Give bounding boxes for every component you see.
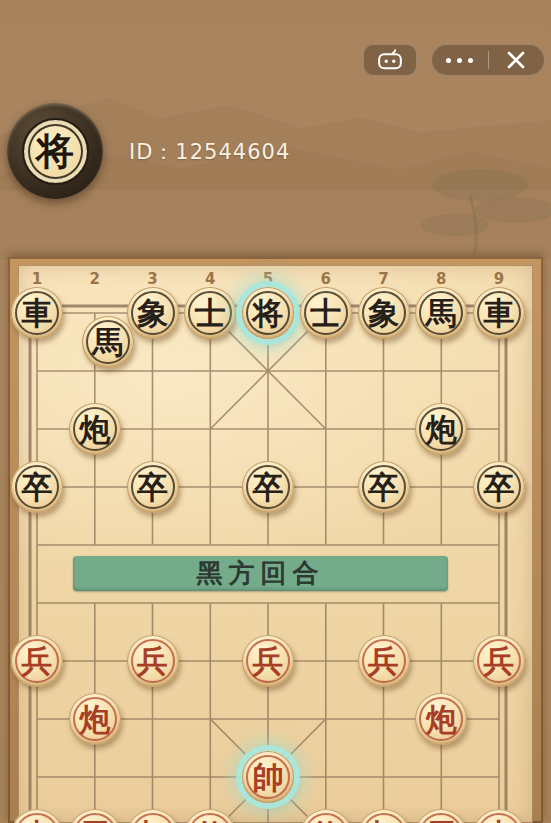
- piece-glyph: 車: [22, 298, 53, 329]
- ellipsis-icon: [446, 58, 473, 63]
- board-surface[interactable]: 黑方回合 123456789車馬象士将士象馬車炮炮卒卒卒卒卒兵兵兵兵兵炮炮帥車馬…: [18, 265, 533, 823]
- piece-red-cannon[interactable]: 炮: [415, 693, 467, 745]
- piece-black-chariot[interactable]: 車: [11, 287, 63, 339]
- piece-black-cannon[interactable]: 炮: [69, 403, 121, 455]
- piece-black-elephant[interactable]: 象: [358, 287, 410, 339]
- piece-glyph: 車: [22, 820, 53, 823]
- xiangqi-board[interactable]: 黑方回合 123456789車馬象士将士象馬車炮炮卒卒卒卒卒兵兵兵兵兵炮炮帥車馬…: [8, 257, 543, 823]
- window-capsule: [431, 44, 545, 76]
- piece-black-soldier[interactable]: 卒: [358, 461, 410, 513]
- piece-glyph: 炮: [79, 704, 110, 735]
- piece-black-soldier[interactable]: 卒: [127, 461, 179, 513]
- piece-black-elephant[interactable]: 象: [127, 287, 179, 339]
- piece-glyph: 兵: [137, 646, 168, 677]
- file-label-6: 6: [316, 270, 336, 288]
- piece-red-soldier[interactable]: 兵: [127, 635, 179, 687]
- avatar-piece-face: 将: [22, 118, 89, 185]
- player-id: ID：12544604: [129, 138, 290, 166]
- piece-black-horse[interactable]: 馬: [415, 287, 467, 339]
- file-label-1: 1: [27, 270, 47, 288]
- piece-glyph: 馬: [426, 820, 457, 823]
- gamepad-icon: [375, 47, 405, 73]
- piece-glyph: 将: [253, 298, 284, 329]
- piece-red-soldier[interactable]: 兵: [11, 635, 63, 687]
- piece-red-soldier[interactable]: 兵: [358, 635, 410, 687]
- piece-glyph: 卒: [137, 472, 168, 503]
- piece-red-general[interactable]: 帥: [242, 751, 294, 803]
- piece-glyph: 象: [137, 298, 168, 329]
- piece-glyph: 帥: [253, 762, 284, 793]
- piece-glyph: 馬: [79, 820, 110, 823]
- more-button[interactable]: [432, 45, 488, 75]
- piece-black-soldier[interactable]: 卒: [242, 461, 294, 513]
- turn-banner: 黑方回合: [73, 556, 448, 591]
- piece-glyph: 仕: [310, 820, 341, 823]
- file-label-2: 2: [85, 270, 105, 288]
- piece-glyph: 士: [310, 298, 341, 329]
- piece-glyph: 車: [484, 820, 515, 823]
- close-button[interactable]: [489, 45, 545, 75]
- piece-glyph: 炮: [79, 414, 110, 445]
- piece-glyph: 卒: [22, 472, 53, 503]
- piece-glyph: 士: [195, 298, 226, 329]
- piece-glyph: 象: [368, 298, 399, 329]
- piece-glyph: 兵: [253, 646, 284, 677]
- piece-glyph: 炮: [426, 414, 457, 445]
- piece-glyph: 馬: [426, 298, 457, 329]
- piece-glyph: 兵: [484, 646, 515, 677]
- piece-glyph: 卒: [484, 472, 515, 503]
- piece-black-cannon[interactable]: 炮: [415, 403, 467, 455]
- piece-red-soldier[interactable]: 兵: [473, 635, 525, 687]
- piece-black-soldier[interactable]: 卒: [11, 461, 63, 513]
- file-label-5: 5: [258, 270, 278, 288]
- piece-black-soldier[interactable]: 卒: [473, 461, 525, 513]
- piece-glyph: 兵: [22, 646, 53, 677]
- file-label-4: 4: [200, 270, 220, 288]
- piece-glyph: 相: [137, 820, 168, 823]
- file-label-3: 3: [143, 270, 163, 288]
- file-label-7: 7: [374, 270, 394, 288]
- piece-glyph: 卒: [253, 472, 284, 503]
- piece-red-cannon[interactable]: 炮: [69, 693, 121, 745]
- piece-glyph: 仕: [195, 820, 226, 823]
- game-assistant-button[interactable]: [363, 44, 417, 76]
- piece-glyph: 相: [368, 820, 399, 823]
- piece-black-chariot[interactable]: 車: [473, 287, 525, 339]
- file-label-8: 8: [431, 270, 451, 288]
- piece-glyph: 車: [484, 298, 515, 329]
- player-avatar: 将: [7, 103, 103, 199]
- piece-black-advisor[interactable]: 士: [300, 287, 352, 339]
- file-label-9: 9: [489, 270, 509, 288]
- piece-black-advisor[interactable]: 士: [184, 287, 236, 339]
- piece-red-soldier[interactable]: 兵: [242, 635, 294, 687]
- piece-glyph: 卒: [368, 472, 399, 503]
- avatar-general-glyph: 将: [36, 132, 74, 170]
- piece-black-general[interactable]: 将: [242, 287, 294, 339]
- piece-glyph: 馬: [92, 327, 123, 358]
- piece-glyph: 兵: [368, 646, 399, 677]
- x-icon: [505, 49, 527, 71]
- piece-glyph: 炮: [426, 704, 457, 735]
- piece-black-horse[interactable]: 馬: [82, 316, 134, 368]
